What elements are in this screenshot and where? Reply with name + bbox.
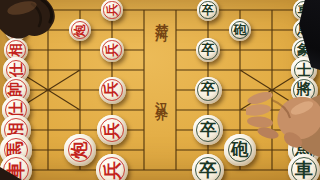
piece-red-soldier[interactable]: 兵: [99, 77, 126, 104]
red-cannon-glyph: 炮: [74, 24, 87, 37]
piece-red-cannon[interactable]: 炮: [64, 134, 95, 165]
black-advisor-glyph: 士: [297, 63, 311, 77]
piece-black-soldier[interactable]: 卒: [197, 0, 218, 21]
piece-black-soldier[interactable]: 卒: [195, 77, 222, 104]
piece-red-soldier[interactable]: 兵: [97, 115, 127, 145]
right-hand: [246, 78, 320, 164]
black-cannon-glyph: 砲: [234, 24, 247, 37]
piece-red-soldier[interactable]: 兵: [100, 38, 124, 62]
black-soldier-glyph: 卒: [200, 82, 215, 97]
red-soldier-glyph: 兵: [104, 82, 119, 97]
black-soldier-glyph: 卒: [201, 43, 215, 57]
piece-red-soldier[interactable]: 兵: [101, 0, 122, 21]
xiangqi-photo-stage: 楚河 汉界 車馬相仕帥仕相馬車炮炮兵兵兵兵兵車馬象士將士象馬車砲砲卒卒卒卒卒: [0, 0, 320, 180]
black-soldier-glyph: 卒: [199, 161, 217, 179]
red-soldier-glyph: 兵: [105, 43, 119, 57]
red-advisor-glyph: 仕: [9, 63, 23, 77]
black-soldier-glyph: 卒: [200, 122, 217, 139]
piece-red-soldier[interactable]: 兵: [96, 154, 129, 180]
red-soldier-glyph: 兵: [103, 161, 121, 179]
red-soldier-glyph: 兵: [104, 122, 121, 139]
piece-black-cannon[interactable]: 砲: [229, 19, 252, 42]
piece-black-soldier[interactable]: 卒: [193, 115, 223, 145]
piece-black-soldier[interactable]: 卒: [192, 154, 225, 180]
left-hand: [0, 0, 70, 56]
red-soldier-glyph: 兵: [106, 4, 118, 16]
red-cannon-glyph: 炮: [71, 141, 88, 158]
piece-black-soldier[interactable]: 卒: [196, 38, 220, 62]
black-soldier-glyph: 卒: [202, 4, 214, 16]
piece-red-cannon[interactable]: 炮: [69, 19, 92, 42]
